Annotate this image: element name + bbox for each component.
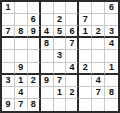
cell-r2c3[interactable]: 6	[28, 14, 41, 26]
cell-r6c4[interactable]	[41, 63, 54, 75]
cell-r7c4[interactable]: 9	[41, 75, 54, 87]
cell-r6c7[interactable]: 2	[79, 63, 92, 75]
cell-r4c5[interactable]	[54, 38, 67, 50]
cell-r5c4[interactable]	[41, 50, 54, 62]
cell-r2c9[interactable]	[105, 14, 118, 26]
given-digit: 7	[5, 27, 10, 36]
given-digit: 7	[96, 88, 101, 97]
given-digit: 2	[83, 63, 88, 72]
given-digit: 9	[18, 63, 23, 72]
cell-r4c6[interactable]: 7	[66, 38, 79, 50]
given-digit: 4	[44, 27, 49, 36]
cell-r1c7[interactable]	[79, 2, 92, 14]
cell-r5c3[interactable]	[28, 50, 41, 62]
cell-r3c8[interactable]: 2	[92, 26, 105, 38]
cell-r2c8[interactable]	[92, 14, 105, 26]
cell-r1c2[interactable]	[15, 2, 28, 14]
cell-r8c6[interactable]: 2	[66, 87, 79, 99]
cell-r7c9[interactable]	[105, 75, 118, 87]
cell-r3c6[interactable]: 6	[66, 26, 79, 38]
cell-r2c5[interactable]: 2	[54, 14, 67, 26]
cell-r2c7[interactable]: 7	[79, 14, 92, 26]
cell-r5c9[interactable]	[105, 50, 118, 62]
cell-r4c1[interactable]	[2, 38, 15, 50]
cell-r8c5[interactable]: 1	[54, 87, 67, 99]
cell-r3c9[interactable]: 3	[105, 26, 118, 38]
given-digit: 1	[5, 3, 10, 12]
cell-r7c2[interactable]: 1	[15, 75, 28, 87]
cell-r3c1[interactable]: 7	[2, 26, 15, 38]
given-digit: 3	[5, 76, 10, 85]
given-digit: 1	[18, 76, 23, 85]
cell-r4c2[interactable]	[15, 38, 28, 50]
cell-r9c2[interactable]: 7	[15, 99, 28, 111]
given-digit: 8	[18, 27, 23, 36]
cell-r3c2[interactable]: 8	[15, 26, 28, 38]
cell-r7c1[interactable]: 3	[2, 75, 15, 87]
cell-r1c1[interactable]: 1	[2, 2, 15, 14]
cell-r9c1[interactable]: 9	[2, 99, 15, 111]
given-digit: 7	[18, 100, 23, 109]
given-digit: 4	[18, 88, 23, 97]
given-digit: 8	[31, 100, 36, 109]
cell-r4c4[interactable]: 8	[41, 38, 54, 50]
given-digit: 6	[31, 15, 36, 24]
given-digit: 8	[109, 88, 114, 97]
cell-r8c3[interactable]	[28, 87, 41, 99]
cell-r6c6[interactable]: 4	[66, 63, 79, 75]
cell-r7c3[interactable]: 2	[28, 75, 41, 87]
cell-r3c3[interactable]: 9	[28, 26, 41, 38]
given-digit: 2	[31, 76, 36, 85]
given-digit: 3	[57, 51, 62, 60]
cell-r9c8[interactable]	[92, 99, 105, 111]
cell-r8c9[interactable]: 8	[105, 87, 118, 99]
given-digit: 6	[69, 27, 74, 36]
cell-r5c7[interactable]	[79, 50, 92, 62]
given-digit: 5	[57, 27, 62, 36]
cell-r6c1[interactable]	[2, 63, 15, 75]
cell-r3c4[interactable]: 4	[41, 26, 54, 38]
cell-r1c9[interactable]: 6	[105, 2, 118, 14]
cell-r6c9[interactable]: 1	[105, 63, 118, 75]
cell-r5c8[interactable]	[92, 50, 105, 62]
given-digit: 1	[83, 27, 88, 36]
cell-r7c8[interactable]: 4	[92, 75, 105, 87]
cell-r9c5[interactable]	[54, 99, 67, 111]
cell-r9c7[interactable]	[79, 99, 92, 111]
cell-r1c5[interactable]	[54, 2, 67, 14]
cell-r8c8[interactable]: 7	[92, 87, 105, 99]
cell-r3c5[interactable]: 5	[54, 26, 67, 38]
cell-r2c4[interactable]	[41, 14, 54, 26]
given-digit: 1	[109, 63, 114, 72]
given-digit: 9	[31, 27, 36, 36]
cell-r4c9[interactable]: 4	[105, 38, 118, 50]
sudoku-board: 166277894561238743942131297441278978	[0, 0, 120, 113]
cell-r9c9[interactable]	[105, 99, 118, 111]
cell-r6c5[interactable]	[54, 63, 67, 75]
given-digit: 2	[57, 15, 62, 24]
cell-r1c6[interactable]	[66, 2, 79, 14]
given-digit: 4	[69, 63, 74, 72]
given-digit: 7	[57, 76, 62, 85]
cell-r6c2[interactable]: 9	[15, 63, 28, 75]
cell-r2c2[interactable]	[15, 14, 28, 26]
given-digit: 7	[69, 39, 74, 48]
cell-r9c3[interactable]: 8	[28, 99, 41, 111]
cell-r2c6[interactable]	[66, 14, 79, 26]
cell-r6c3[interactable]	[28, 63, 41, 75]
given-digit: 2	[69, 88, 74, 97]
cell-r7c6[interactable]	[66, 75, 79, 87]
given-digit: 6	[109, 3, 114, 12]
given-digit: 7	[83, 15, 88, 24]
cell-r7c5[interactable]: 7	[54, 75, 67, 87]
given-digit: 3	[109, 27, 114, 36]
given-digit: 1	[57, 88, 62, 97]
given-digit: 2	[96, 27, 101, 36]
cell-r8c2[interactable]: 4	[15, 87, 28, 99]
cell-r9c6[interactable]	[66, 99, 79, 111]
given-digit: 8	[44, 39, 49, 48]
cell-r8c4[interactable]	[41, 87, 54, 99]
cell-r7c7[interactable]	[79, 75, 92, 87]
given-digit: 4	[96, 76, 101, 85]
cell-r3c7[interactable]: 1	[79, 26, 92, 38]
cell-r4c8[interactable]	[92, 38, 105, 50]
cell-r9c4[interactable]	[41, 99, 54, 111]
given-digit: 9	[5, 100, 10, 109]
cell-r1c3[interactable]	[28, 2, 41, 14]
cell-r6c8[interactable]	[92, 63, 105, 75]
cell-r5c1[interactable]	[2, 50, 15, 62]
cell-r5c2[interactable]	[15, 50, 28, 62]
cell-r4c7[interactable]	[79, 38, 92, 50]
cell-r1c8[interactable]	[92, 2, 105, 14]
cell-r8c1[interactable]	[2, 87, 15, 99]
given-digit: 4	[109, 39, 114, 48]
given-digit: 9	[44, 76, 49, 85]
cell-r5c6[interactable]	[66, 50, 79, 62]
cell-r4c3[interactable]	[28, 38, 41, 50]
cell-r2c1[interactable]	[2, 14, 15, 26]
cell-r5c5[interactable]: 3	[54, 50, 67, 62]
cell-r1c4[interactable]	[41, 2, 54, 14]
cell-r8c7[interactable]	[79, 87, 92, 99]
